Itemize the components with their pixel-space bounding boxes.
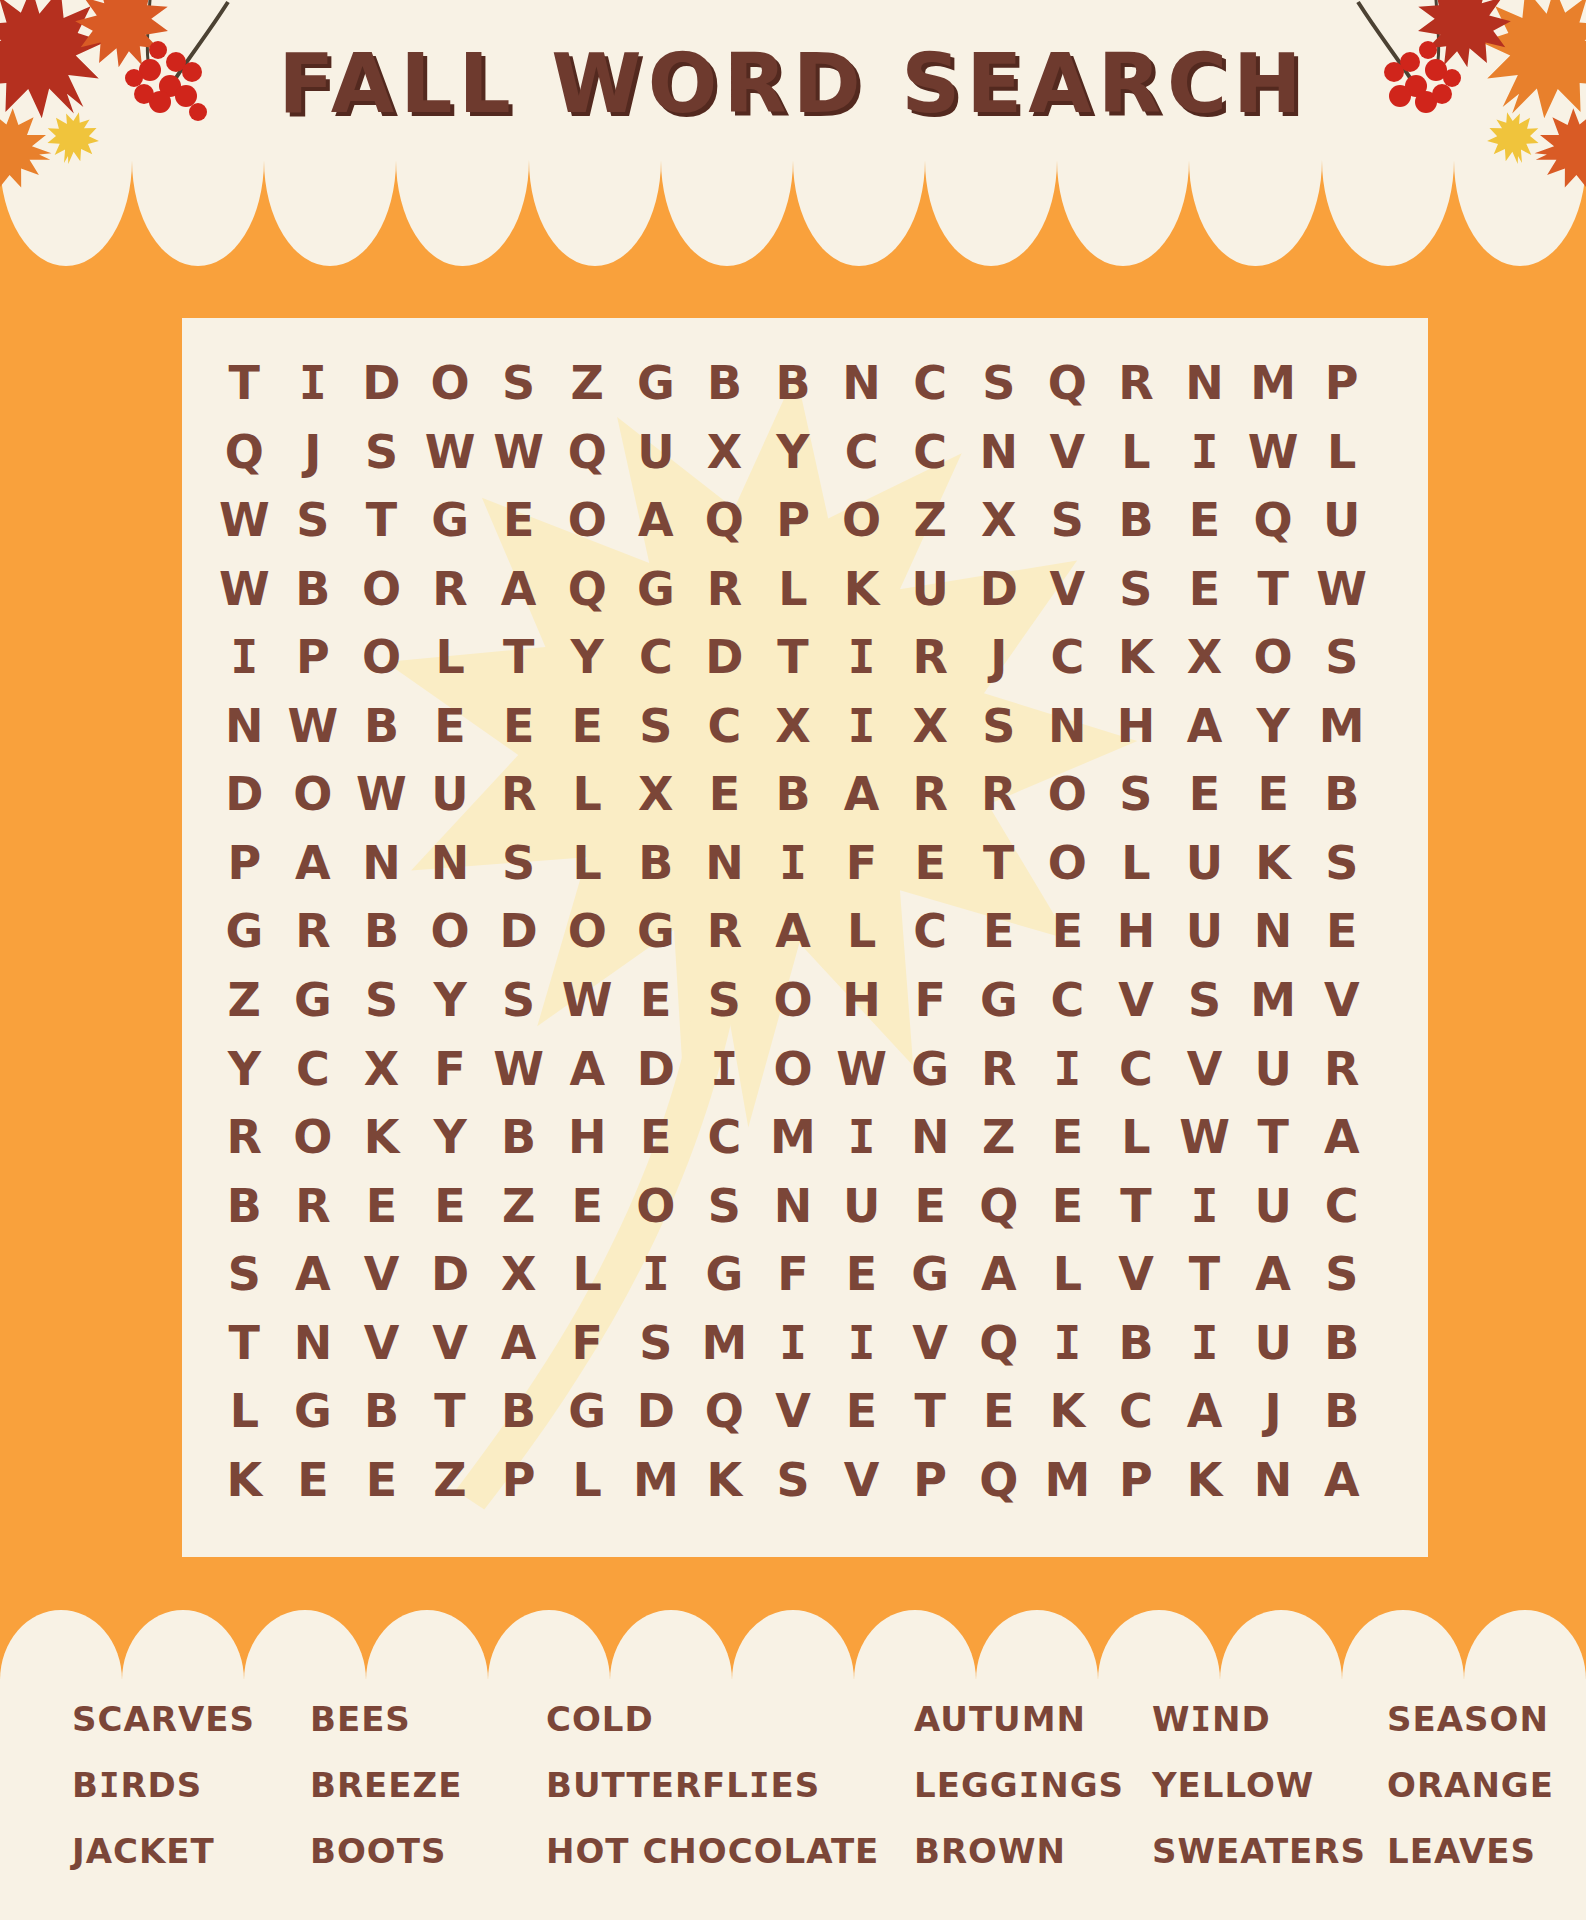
cell-r17c13: M	[1033, 1445, 1102, 1514]
cell-r7c12: R	[964, 760, 1033, 829]
cell-r11c3: X	[347, 1034, 416, 1103]
cell-r13c15: I	[1170, 1171, 1239, 1240]
cell-r13c3: E	[347, 1171, 416, 1240]
cell-r7c14: S	[1102, 760, 1171, 829]
cell-r3c10: O	[827, 486, 896, 555]
cell-r14c1: S	[210, 1240, 279, 1309]
cell-r8c16: K	[1239, 829, 1308, 898]
cell-r16c10: E	[827, 1377, 896, 1446]
cell-r17c5: P	[484, 1445, 553, 1514]
cell-r1c11: C	[896, 349, 965, 418]
cell-r3c4: G	[416, 486, 485, 555]
cell-r16c15: A	[1170, 1377, 1239, 1446]
cell-r4c16: T	[1239, 555, 1308, 624]
cell-r4c14: S	[1102, 555, 1171, 624]
word-birds: BIRDS	[72, 1752, 255, 1818]
cell-r4c13: V	[1033, 555, 1102, 624]
cell-r13c5: Z	[484, 1171, 553, 1240]
scallop-bump	[488, 1610, 610, 1680]
cell-r1c10: N	[827, 349, 896, 418]
cell-r7c7: X	[622, 760, 691, 829]
cell-r2c2: J	[279, 418, 348, 487]
scallop-bump	[610, 1610, 732, 1680]
cell-r2c1: Q	[210, 418, 279, 487]
cell-r4c10: K	[827, 555, 896, 624]
scallop-bump	[661, 160, 793, 266]
cell-r8c11: E	[896, 829, 965, 898]
cell-r5c9: T	[759, 623, 828, 692]
cell-r13c12: Q	[964, 1171, 1033, 1240]
word-season: SEASON	[1387, 1686, 1554, 1752]
cell-r11c15: V	[1170, 1034, 1239, 1103]
cell-r4c9: L	[759, 555, 828, 624]
word-breeze: BREEZE	[310, 1752, 462, 1818]
cell-r4c1: W	[210, 555, 279, 624]
cell-r9c8: R	[690, 897, 759, 966]
cell-r13c6: E	[553, 1171, 622, 1240]
cell-r14c10: E	[827, 1240, 896, 1309]
cell-r8c12: T	[964, 829, 1033, 898]
cell-r14c9: F	[759, 1240, 828, 1309]
cell-r14c17: S	[1307, 1240, 1376, 1309]
cell-r7c3: W	[347, 760, 416, 829]
cell-r17c10: V	[827, 1445, 896, 1514]
scallop-bump	[1342, 1610, 1464, 1680]
cell-r12c11: N	[896, 1103, 965, 1172]
cell-r11c1: Y	[210, 1034, 279, 1103]
cell-r7c1: D	[210, 760, 279, 829]
cell-r13c10: U	[827, 1171, 896, 1240]
cell-r9c10: L	[827, 897, 896, 966]
cell-r9c16: N	[1239, 897, 1308, 966]
cell-r17c4: Z	[416, 1445, 485, 1514]
cell-r15c3: V	[347, 1308, 416, 1377]
cell-r17c14: P	[1102, 1445, 1171, 1514]
cell-r16c9: V	[759, 1377, 828, 1446]
cell-r10c12: G	[964, 966, 1033, 1035]
scallop-bump	[1189, 160, 1321, 266]
cell-r5c11: R	[896, 623, 965, 692]
cell-r5c2: P	[279, 623, 348, 692]
cell-r6c8: C	[690, 692, 759, 761]
cell-r11c14: C	[1102, 1034, 1171, 1103]
cell-r14c11: G	[896, 1240, 965, 1309]
cell-r12c16: T	[1239, 1103, 1308, 1172]
cell-r6c16: Y	[1239, 692, 1308, 761]
cell-r12c13: E	[1033, 1103, 1102, 1172]
word-list: SCARVESBIRDSJACKETBEESBREEZEBOOTSCOLDBUT…	[0, 1686, 1586, 1896]
cell-r6c14: H	[1102, 692, 1171, 761]
cell-r4c6: Q	[553, 555, 622, 624]
cell-r10c4: Y	[416, 966, 485, 1035]
cell-r8c8: N	[690, 829, 759, 898]
scallop-bump	[925, 160, 1057, 266]
cell-r17c8: K	[690, 1445, 759, 1514]
cell-r1c1: T	[210, 349, 279, 418]
cell-r9c14: H	[1102, 897, 1171, 966]
cell-r15c1: T	[210, 1308, 279, 1377]
cell-r7c9: B	[759, 760, 828, 829]
word-brown: BROWN	[914, 1818, 1124, 1884]
cell-r15c15: I	[1170, 1308, 1239, 1377]
cell-r13c17: C	[1307, 1171, 1376, 1240]
cell-r15c16: U	[1239, 1308, 1308, 1377]
cell-r2c16: W	[1239, 418, 1308, 487]
cell-r14c6: L	[553, 1240, 622, 1309]
cell-r13c16: U	[1239, 1171, 1308, 1240]
cell-r2c7: U	[622, 418, 691, 487]
scallop-bump	[1057, 160, 1189, 266]
cell-r10c14: V	[1102, 966, 1171, 1035]
cell-r14c14: V	[1102, 1240, 1171, 1309]
scallop-bump	[1464, 1610, 1586, 1680]
cell-r10c2: G	[279, 966, 348, 1035]
cell-r6c11: X	[896, 692, 965, 761]
cell-r16c17: B	[1307, 1377, 1376, 1446]
cell-r5c4: L	[416, 623, 485, 692]
cell-r1c15: N	[1170, 349, 1239, 418]
cell-r12c7: E	[622, 1103, 691, 1172]
cell-r10c7: E	[622, 966, 691, 1035]
cell-r4c2: B	[279, 555, 348, 624]
cell-r10c11: F	[896, 966, 965, 1035]
scallop-bump	[793, 160, 925, 266]
cell-r2c14: L	[1102, 418, 1171, 487]
cell-r6c10: I	[827, 692, 896, 761]
cell-r11c5: W	[484, 1034, 553, 1103]
cell-r3c12: X	[964, 486, 1033, 555]
cell-r16c6: G	[553, 1377, 622, 1446]
cell-r1c6: Z	[553, 349, 622, 418]
cell-r4c4: R	[416, 555, 485, 624]
cell-r5c1: I	[210, 623, 279, 692]
cell-r12c1: R	[210, 1103, 279, 1172]
cell-r7c15: E	[1170, 760, 1239, 829]
scallop-bump	[732, 1610, 854, 1680]
cell-r2c6: Q	[553, 418, 622, 487]
cell-r12c3: K	[347, 1103, 416, 1172]
cell-r15c12: Q	[964, 1308, 1033, 1377]
cell-r9c12: E	[964, 897, 1033, 966]
cell-r14c2: A	[279, 1240, 348, 1309]
cell-r5c8: D	[690, 623, 759, 692]
cell-r4c12: D	[964, 555, 1033, 624]
cell-r11c8: I	[690, 1034, 759, 1103]
cell-r15c14: B	[1102, 1308, 1171, 1377]
cell-r3c14: B	[1102, 486, 1171, 555]
word-list-column-6: SEASONORANGELEAVES	[1387, 1686, 1554, 1884]
cell-r14c4: D	[416, 1240, 485, 1309]
word-boots: BOOTS	[310, 1818, 462, 1884]
cell-r9c17: E	[1307, 897, 1376, 966]
cell-r10c3: S	[347, 966, 416, 1035]
cell-r12c6: H	[553, 1103, 622, 1172]
word-leaves: LEAVES	[1387, 1818, 1554, 1884]
cell-r15c4: V	[416, 1308, 485, 1377]
scallop-bump	[264, 160, 396, 266]
cell-r13c8: S	[690, 1171, 759, 1240]
cell-r7c10: A	[827, 760, 896, 829]
cell-r9c5: D	[484, 897, 553, 966]
cell-r14c8: G	[690, 1240, 759, 1309]
cell-r15c11: V	[896, 1308, 965, 1377]
cell-r6c7: S	[622, 692, 691, 761]
cell-r13c2: R	[279, 1171, 348, 1240]
cell-r2c5: W	[484, 418, 553, 487]
cell-r12c8: C	[690, 1103, 759, 1172]
cell-r1c12: S	[964, 349, 1033, 418]
word-leggings: LEGGINGS	[914, 1752, 1124, 1818]
cell-r1c7: G	[622, 349, 691, 418]
word-hot-chocolate: HOT CHOCOLATE	[546, 1818, 879, 1884]
cell-r6c1: N	[210, 692, 279, 761]
cell-r6c13: N	[1033, 692, 1102, 761]
cell-r17c15: K	[1170, 1445, 1239, 1514]
cell-r17c3: E	[347, 1445, 416, 1514]
cell-r11c7: D	[622, 1034, 691, 1103]
cell-r16c16: J	[1239, 1377, 1308, 1446]
cell-r12c5: B	[484, 1103, 553, 1172]
cell-r4c17: W	[1307, 555, 1376, 624]
scallop-bump	[1098, 1610, 1220, 1680]
cell-r7c13: O	[1033, 760, 1102, 829]
cell-r15c10: I	[827, 1308, 896, 1377]
cell-r9c9: A	[759, 897, 828, 966]
cell-r16c4: T	[416, 1377, 485, 1446]
cell-r1c2: I	[279, 349, 348, 418]
cell-r7c11: R	[896, 760, 965, 829]
cell-r4c15: E	[1170, 555, 1239, 624]
cell-r6c17: M	[1307, 692, 1376, 761]
cell-r3c7: A	[622, 486, 691, 555]
cell-r3c16: Q	[1239, 486, 1308, 555]
word-bees: BEES	[310, 1686, 462, 1752]
cell-r15c6: F	[553, 1308, 622, 1377]
cell-r15c7: S	[622, 1308, 691, 1377]
cell-r8c3: N	[347, 829, 416, 898]
cell-r16c2: G	[279, 1377, 348, 1446]
cell-r9c7: G	[622, 897, 691, 966]
scallop-bump	[0, 1610, 122, 1680]
scallop-bump	[244, 1610, 366, 1680]
cell-r6c2: W	[279, 692, 348, 761]
cell-r4c11: U	[896, 555, 965, 624]
cell-r12c17: A	[1307, 1103, 1376, 1172]
cell-r15c5: A	[484, 1308, 553, 1377]
word-cold: COLD	[546, 1686, 879, 1752]
cell-r13c1: B	[210, 1171, 279, 1240]
cell-r12c15: W	[1170, 1103, 1239, 1172]
cell-r16c11: T	[896, 1377, 965, 1446]
word-grid: TIDOSZGBBNCSQRNMPQJSWWQUXYCCNVLIWLWSTGEO…	[210, 349, 1376, 1514]
cell-r2c10: C	[827, 418, 896, 487]
cell-r7c2: O	[279, 760, 348, 829]
cell-r11c17: R	[1307, 1034, 1376, 1103]
cell-r9c11: C	[896, 897, 965, 966]
cell-r6c15: A	[1170, 692, 1239, 761]
cell-r3c5: E	[484, 486, 553, 555]
cell-r8c2: A	[279, 829, 348, 898]
cell-r9c15: U	[1170, 897, 1239, 966]
cell-r8c15: U	[1170, 829, 1239, 898]
cell-r7c8: E	[690, 760, 759, 829]
cell-r2c12: N	[964, 418, 1033, 487]
cell-r7c5: R	[484, 760, 553, 829]
cell-r1c16: M	[1239, 349, 1308, 418]
scallop-bump	[529, 160, 661, 266]
cell-r7c16: E	[1239, 760, 1308, 829]
cell-r8c1: P	[210, 829, 279, 898]
cell-r2c4: W	[416, 418, 485, 487]
cell-r13c7: O	[622, 1171, 691, 1240]
cell-r17c1: K	[210, 1445, 279, 1514]
cell-r12c4: Y	[416, 1103, 485, 1172]
cell-r6c5: E	[484, 692, 553, 761]
cell-r11c16: U	[1239, 1034, 1308, 1103]
cell-r7c6: L	[553, 760, 622, 829]
cell-r6c12: S	[964, 692, 1033, 761]
cell-r12c12: Z	[964, 1103, 1033, 1172]
cell-r17c12: Q	[964, 1445, 1033, 1514]
cell-r8c14: L	[1102, 829, 1171, 898]
cell-r3c9: P	[759, 486, 828, 555]
cell-r15c8: M	[690, 1308, 759, 1377]
cell-r7c17: B	[1307, 760, 1376, 829]
cell-r10c1: Z	[210, 966, 279, 1035]
cell-r8c9: I	[759, 829, 828, 898]
cell-r17c17: A	[1307, 1445, 1376, 1514]
cell-r16c7: D	[622, 1377, 691, 1446]
cell-r13c13: E	[1033, 1171, 1102, 1240]
cell-r9c4: O	[416, 897, 485, 966]
cell-r3c13: S	[1033, 486, 1102, 555]
cell-r4c5: A	[484, 555, 553, 624]
word-list-column-1: SCARVESBIRDSJACKET	[72, 1686, 255, 1884]
cell-r4c3: O	[347, 555, 416, 624]
cell-r8c5: S	[484, 829, 553, 898]
cell-r8c17: S	[1307, 829, 1376, 898]
cell-r10c10: H	[827, 966, 896, 1035]
cell-r16c13: K	[1033, 1377, 1102, 1446]
cell-r7c4: U	[416, 760, 485, 829]
cell-r13c11: E	[896, 1171, 965, 1240]
footer-scallop-edge	[0, 1610, 1586, 1680]
scallop-bump	[396, 160, 528, 266]
cell-r4c7: G	[622, 555, 691, 624]
cell-r5c5: T	[484, 623, 553, 692]
cell-r10c5: S	[484, 966, 553, 1035]
cell-r12c9: M	[759, 1103, 828, 1172]
cell-r1c9: B	[759, 349, 828, 418]
cell-r11c4: F	[416, 1034, 485, 1103]
cell-r3c1: W	[210, 486, 279, 555]
cell-r2c13: V	[1033, 418, 1102, 487]
cell-r10c8: S	[690, 966, 759, 1035]
cell-r15c2: N	[279, 1308, 348, 1377]
cell-r1c17: P	[1307, 349, 1376, 418]
cell-r16c3: B	[347, 1377, 416, 1446]
cell-r2c3: S	[347, 418, 416, 487]
cell-r14c13: L	[1033, 1240, 1102, 1309]
cell-r14c7: I	[622, 1240, 691, 1309]
cell-r14c12: A	[964, 1240, 1033, 1309]
cell-r6c6: E	[553, 692, 622, 761]
cell-r15c9: I	[759, 1308, 828, 1377]
cell-r14c3: V	[347, 1240, 416, 1309]
cell-r10c6: W	[553, 966, 622, 1035]
cell-r15c17: B	[1307, 1308, 1376, 1377]
scallop-bump	[976, 1610, 1098, 1680]
word-list-column-3: COLDBUTTERFLIESHOT CHOCOLATE	[546, 1686, 879, 1884]
cell-r17c16: N	[1239, 1445, 1308, 1514]
cell-r5c7: C	[622, 623, 691, 692]
cell-r11c13: I	[1033, 1034, 1102, 1103]
cell-r8c10: F	[827, 829, 896, 898]
word-yellow: YELLOW	[1152, 1752, 1366, 1818]
cell-r11c9: O	[759, 1034, 828, 1103]
cell-r14c16: A	[1239, 1240, 1308, 1309]
cell-r9c3: B	[347, 897, 416, 966]
cell-r1c4: O	[416, 349, 485, 418]
cell-r9c6: O	[553, 897, 622, 966]
puzzle-panel: TIDOSZGBBNCSQRNMPQJSWWQUXYCCNVLIWLWSTGEO…	[182, 318, 1428, 1557]
cell-r9c13: E	[1033, 897, 1102, 966]
cell-r10c15: S	[1170, 966, 1239, 1035]
cell-r6c9: X	[759, 692, 828, 761]
cell-r9c1: G	[210, 897, 279, 966]
cell-r12c10: I	[827, 1103, 896, 1172]
cell-r1c13: Q	[1033, 349, 1102, 418]
cell-r1c3: D	[347, 349, 416, 418]
cell-r1c8: B	[690, 349, 759, 418]
cell-r8c13: O	[1033, 829, 1102, 898]
cell-r14c5: X	[484, 1240, 553, 1309]
cell-r3c11: Z	[896, 486, 965, 555]
cell-r17c6: L	[553, 1445, 622, 1514]
cell-r3c2: S	[279, 486, 348, 555]
cell-r17c11: P	[896, 1445, 965, 1514]
cell-r8c6: L	[553, 829, 622, 898]
cell-r2c11: C	[896, 418, 965, 487]
word-scarves: SCARVES	[72, 1686, 255, 1752]
cell-r5c15: X	[1170, 623, 1239, 692]
cell-r8c4: N	[416, 829, 485, 898]
cell-r5c17: S	[1307, 623, 1376, 692]
cell-r11c2: C	[279, 1034, 348, 1103]
cell-r17c7: M	[622, 1445, 691, 1514]
scallop-bump	[122, 1610, 244, 1680]
cell-r3c6: O	[553, 486, 622, 555]
cell-r3c15: E	[1170, 486, 1239, 555]
cell-r6c4: E	[416, 692, 485, 761]
cell-r14c15: T	[1170, 1240, 1239, 1309]
cell-r12c14: L	[1102, 1103, 1171, 1172]
cell-r10c9: O	[759, 966, 828, 1035]
word-list-column-5: WINDYELLOWSWEATERS	[1152, 1686, 1366, 1884]
cell-r11c11: G	[896, 1034, 965, 1103]
fall-word-search-page: FALL WORD SEARCH	[0, 0, 1586, 1920]
cell-r5c6: Y	[553, 623, 622, 692]
word-jacket: JACKET	[72, 1818, 255, 1884]
word-butterflies: BUTTERFLIES	[546, 1752, 879, 1818]
cell-r15c13: I	[1033, 1308, 1102, 1377]
word-sweaters: SWEATERS	[1152, 1818, 1366, 1884]
cell-r11c6: A	[553, 1034, 622, 1103]
cell-r17c2: E	[279, 1445, 348, 1514]
cell-r2c17: L	[1307, 418, 1376, 487]
cell-r2c15: I	[1170, 418, 1239, 487]
cell-r5c10: I	[827, 623, 896, 692]
